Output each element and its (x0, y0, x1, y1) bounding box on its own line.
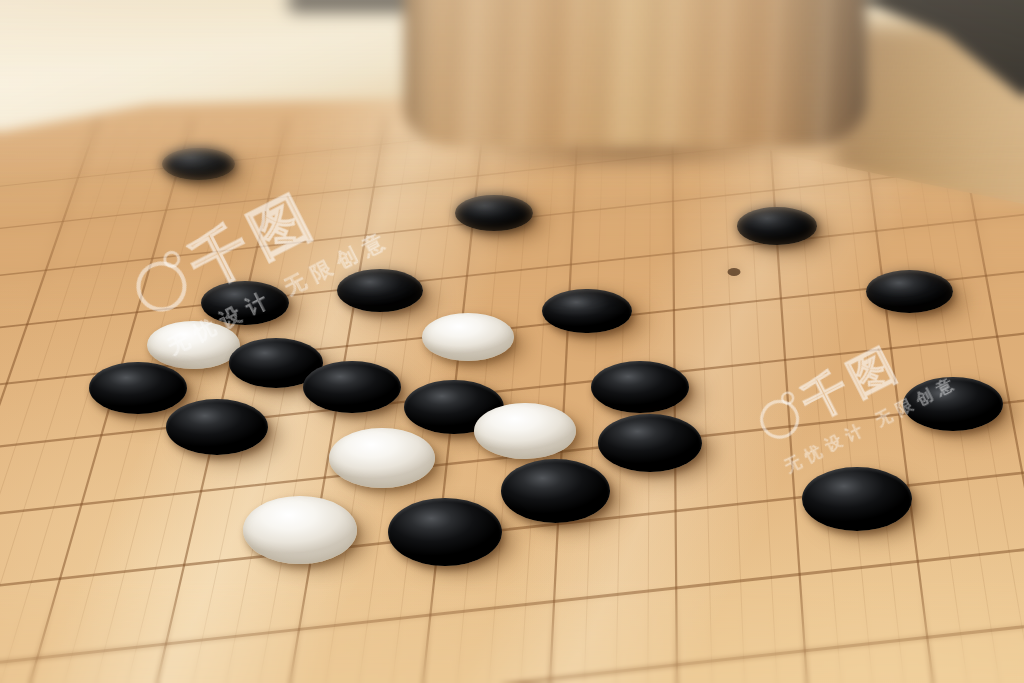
background-shadow (288, 0, 416, 12)
go-stone-black (598, 414, 702, 472)
go-stone-white (243, 496, 356, 564)
go-stone-black (166, 399, 268, 456)
go-stone-black (802, 467, 912, 531)
star-point (728, 268, 741, 276)
photo-scene: 千图 无忧设计 无限创意 千图 无忧设计 无限创意 (0, 0, 1024, 683)
go-stone-black (337, 269, 424, 312)
go-stone-black (542, 289, 631, 334)
go-stone-black (388, 498, 502, 566)
go-stone-white (474, 403, 576, 460)
go-stone-black (303, 361, 401, 413)
go-stone-black (866, 270, 953, 313)
go-stone-black (737, 207, 817, 244)
go-stone-white (147, 321, 240, 369)
go-stone-black (501, 459, 610, 522)
go-stone-white (329, 428, 434, 488)
go-stone-white (422, 313, 514, 360)
go-stone-black (201, 281, 289, 325)
go-stone-black (903, 377, 1002, 431)
stone-bowl (404, 0, 866, 146)
go-stone-black (455, 195, 533, 231)
go-stone-black (591, 361, 689, 413)
go-stone-black (89, 362, 187, 414)
go-stone-black (162, 148, 235, 180)
